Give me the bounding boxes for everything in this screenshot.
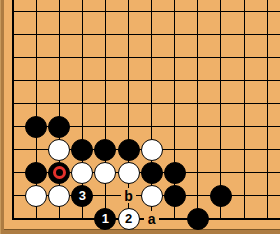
grid-line-horizontal <box>12 34 280 35</box>
grid-line-horizontal <box>12 103 280 104</box>
go-diagram: 3b12a <box>0 0 280 234</box>
stone-black <box>25 162 47 184</box>
grid-line-vertical <box>197 0 198 220</box>
grid-line-vertical <box>105 0 106 220</box>
stone-black-move-3: 3 <box>71 185 93 207</box>
stone-black <box>118 139 140 161</box>
stone-white <box>94 162 116 184</box>
stone-white <box>141 185 163 207</box>
red-circle-mark <box>53 166 66 179</box>
stone-number: 1 <box>102 212 109 225</box>
stone-black <box>210 185 232 207</box>
grid-line-vertical <box>267 0 268 220</box>
stone-white <box>118 162 140 184</box>
stone-number: 3 <box>79 189 86 202</box>
point-label-a: a <box>144 211 159 226</box>
stone-black <box>48 116 70 138</box>
stone-black <box>187 208 209 230</box>
stone-number: 2 <box>125 212 132 225</box>
stone-black-circled <box>48 162 70 184</box>
stone-white <box>48 139 70 161</box>
stone-black <box>71 139 93 161</box>
stone-white <box>71 162 93 184</box>
stone-white <box>141 139 163 161</box>
stone-white <box>25 185 47 207</box>
stone-black <box>141 162 163 184</box>
go-board: 3b12a <box>0 0 280 234</box>
stone-black <box>164 185 186 207</box>
stone-white <box>48 185 70 207</box>
stone-black-move-1: 1 <box>94 208 116 230</box>
stone-black <box>94 139 116 161</box>
stone-black <box>25 116 47 138</box>
grid-line-vertical <box>128 0 129 220</box>
grid-line-horizontal <box>12 11 280 12</box>
stone-black <box>164 162 186 184</box>
grid-line-horizontal <box>12 80 280 81</box>
stone-white-move-2: 2 <box>118 208 140 230</box>
grid-line-horizontal <box>12 57 280 58</box>
grid-line-vertical <box>244 0 245 220</box>
grid-line-vertical <box>12 0 14 220</box>
point-label-b: b <box>121 188 136 203</box>
